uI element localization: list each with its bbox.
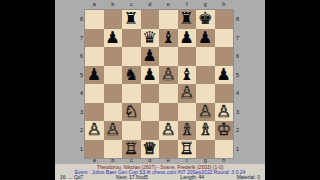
- file-label-bottom-d: d: [141, 157, 160, 164]
- rank-label-left-1: 1: [75, 140, 83, 159]
- square-b3[interactable]: [104, 103, 123, 122]
- square-d7[interactable]: ♛: [141, 29, 160, 48]
- square-d4[interactable]: [141, 84, 160, 103]
- file-label-top-c: c: [122, 1, 141, 8]
- file-label-top-g: g: [196, 1, 215, 8]
- square-c2[interactable]: [122, 121, 141, 140]
- rank-label-left-6: 6: [75, 47, 83, 66]
- square-g7[interactable]: ♟: [196, 29, 215, 48]
- piece-white-bishop[interactable]: ♗: [198, 121, 213, 140]
- status-bar: Theodorou, Nikolas (2607) - Svane, Frede…: [55, 164, 265, 180]
- square-g8[interactable]: ♚: [196, 10, 215, 29]
- square-b7[interactable]: ♟: [104, 29, 123, 48]
- file-label-top-a: a: [85, 1, 104, 8]
- square-b6[interactable]: [104, 47, 123, 66]
- piece-black-knight[interactable]: ♞: [124, 66, 139, 85]
- rank-label-right-4: 4: [236, 84, 244, 103]
- square-d6[interactable]: ♟: [141, 47, 160, 66]
- square-b8[interactable]: [104, 10, 123, 29]
- next-move-text: Next: 17.Nxd5: [116, 175, 148, 180]
- square-a4[interactable]: [85, 84, 104, 103]
- file-label-top-f: f: [178, 1, 197, 8]
- file-label-bottom-h: h: [215, 157, 234, 164]
- piece-black-pawn[interactable]: ♟: [105, 29, 120, 48]
- square-h3[interactable]: ♙: [215, 103, 234, 122]
- square-g3[interactable]: ♙: [196, 103, 215, 122]
- square-f2[interactable]: ♗: [178, 121, 197, 140]
- rank-label-right-3: 3: [236, 103, 244, 122]
- square-h2[interactable]: ♔: [215, 121, 234, 140]
- square-f7[interactable]: ♟: [178, 29, 197, 48]
- piece-white-pawn[interactable]: ♙: [87, 121, 102, 140]
- piece-black-pawn[interactable]: ♟: [198, 29, 213, 48]
- square-e6[interactable]: [159, 47, 178, 66]
- square-f6[interactable]: [178, 47, 197, 66]
- square-h8[interactable]: [215, 10, 234, 29]
- piece-black-pawn[interactable]: ♟: [142, 66, 157, 85]
- rank-label-right-8: 8: [236, 10, 244, 29]
- piece-white-pawn[interactable]: ♙: [179, 84, 194, 103]
- square-a1[interactable]: [85, 140, 104, 159]
- rank-label-right-7: 7: [236, 29, 244, 48]
- square-g2[interactable]: ♗: [196, 121, 215, 140]
- square-e3[interactable]: [159, 103, 178, 122]
- square-c7[interactable]: [122, 29, 141, 48]
- rank-label-left-7: 7: [75, 29, 83, 48]
- chess-gui-panel: abcdefgh abcdefgh 87654321 87654321 ♜♜♚♟…: [55, 0, 265, 180]
- rank-label-left-5: 5: [75, 66, 83, 85]
- piece-black-pawn[interactable]: ♟: [142, 47, 157, 66]
- file-label-top-h: h: [215, 1, 234, 8]
- rank-label-left-2: 2: [75, 121, 83, 140]
- square-a5[interactable]: ♟: [85, 66, 104, 85]
- square-d2[interactable]: [141, 121, 160, 140]
- piece-white-pawn[interactable]: ♙: [105, 121, 120, 140]
- square-g6[interactable]: [196, 47, 215, 66]
- piece-white-rook[interactable]: ♖: [179, 140, 194, 159]
- file-label-bottom-a: a: [85, 157, 104, 164]
- square-f3[interactable]: [178, 103, 197, 122]
- piece-white-rook[interactable]: ♖: [124, 140, 139, 159]
- square-b4[interactable]: [104, 84, 123, 103]
- event-line: Event : Julius Baer Gen Cup S3 th chess.…: [55, 170, 265, 175]
- square-b5[interactable]: [104, 66, 123, 85]
- rank-label-right-6: 6: [236, 47, 244, 66]
- file-labels-bottom: abcdefgh: [85, 157, 233, 164]
- square-c4[interactable]: [122, 84, 141, 103]
- file-label-top-d: d: [141, 1, 160, 8]
- square-a6[interactable]: [85, 47, 104, 66]
- square-f1[interactable]: ♖: [178, 140, 197, 159]
- rank-labels-right: 87654321: [236, 10, 244, 158]
- square-g4[interactable]: [196, 84, 215, 103]
- piece-black-bishop[interactable]: ♝: [161, 29, 176, 48]
- square-h6[interactable]: [215, 47, 234, 66]
- file-label-bottom-g: g: [196, 157, 215, 164]
- file-label-top-e: e: [159, 1, 178, 8]
- rank-label-left-8: 8: [75, 10, 83, 29]
- square-e4[interactable]: [159, 84, 178, 103]
- square-h5[interactable]: ♟: [215, 66, 234, 85]
- square-c5[interactable]: ♞: [122, 66, 141, 85]
- move-info-line: 16. ... Qd7 Next: 17.Nxd5 Length: 44 Mat…: [55, 175, 265, 180]
- square-e8[interactable]: [159, 10, 178, 29]
- square-a7[interactable]: [85, 29, 104, 48]
- piece-black-rook[interactable]: ♜: [124, 10, 139, 29]
- square-h7[interactable]: [215, 29, 234, 48]
- square-c8[interactable]: ♜: [122, 10, 141, 29]
- square-g1[interactable]: [196, 140, 215, 159]
- file-label-bottom-c: c: [122, 157, 141, 164]
- square-b1[interactable]: [104, 140, 123, 159]
- piece-white-bishop[interactable]: ♗: [179, 121, 194, 140]
- piece-black-bishop[interactable]: ♝: [179, 66, 194, 85]
- piece-black-pawn[interactable]: ♟: [216, 66, 231, 85]
- rank-label-left-4: 4: [75, 84, 83, 103]
- file-label-bottom-b: b: [104, 157, 123, 164]
- file-label-bottom-f: f: [178, 157, 197, 164]
- piece-black-queen[interactable]: ♛: [142, 29, 157, 48]
- rank-label-right-5: 5: [236, 66, 244, 85]
- piece-white-pawn[interactable]: ♙: [198, 103, 213, 122]
- piece-white-knight[interactable]: ♘: [124, 103, 139, 122]
- square-d1[interactable]: ♕: [141, 140, 160, 159]
- square-f4[interactable]: ♙: [178, 84, 197, 103]
- square-b2[interactable]: ♙: [104, 121, 123, 140]
- piece-white-pawn[interactable]: ♙: [216, 103, 231, 122]
- rank-labels-left: 87654321: [75, 10, 83, 158]
- rank-label-right-1: 1: [236, 140, 244, 159]
- square-c6[interactable]: [122, 47, 141, 66]
- square-g5[interactable]: [196, 66, 215, 85]
- square-h4[interactable]: [215, 84, 234, 103]
- piece-white-king[interactable]: ♔: [216, 121, 231, 140]
- square-d3[interactable]: [141, 103, 160, 122]
- piece-white-pawn[interactable]: ♙: [161, 121, 176, 140]
- piece-black-pawn[interactable]: ♟: [87, 66, 102, 85]
- piece-black-king[interactable]: ♚: [198, 10, 213, 29]
- file-labels-top: abcdefgh: [85, 1, 233, 8]
- square-a8[interactable]: [85, 10, 104, 29]
- last-move-text: 16. ... Qd7: [60, 175, 83, 180]
- square-e1[interactable]: [159, 140, 178, 159]
- square-e2[interactable]: ♙: [159, 121, 178, 140]
- piece-white-pawn[interactable]: ♙: [161, 66, 176, 85]
- square-a3[interactable]: [85, 103, 104, 122]
- square-e5[interactable]: ♙: [159, 66, 178, 85]
- square-d8[interactable]: [141, 10, 160, 29]
- file-label-top-b: b: [104, 1, 123, 8]
- square-h1[interactable]: [215, 140, 234, 159]
- square-c3[interactable]: ♘: [122, 103, 141, 122]
- square-f8[interactable]: ♜: [178, 10, 197, 29]
- right-letterbox-bar: [265, 0, 320, 180]
- game-length-text: Length: 44: [180, 175, 204, 180]
- square-e7[interactable]: ♝: [159, 29, 178, 48]
- piece-black-rook[interactable]: ♜: [179, 10, 194, 29]
- square-c1[interactable]: ♖: [122, 140, 141, 159]
- square-f5[interactable]: ♝: [178, 66, 197, 85]
- square-d5[interactable]: ♟: [141, 66, 160, 85]
- video-frame: abcdefgh abcdefgh 87654321 87654321 ♜♜♚♟…: [0, 0, 320, 180]
- rank-label-left-3: 3: [75, 103, 83, 122]
- material-balance-text: Material: 0: [237, 175, 260, 180]
- piece-white-queen[interactable]: ♕: [142, 140, 157, 159]
- square-a2[interactable]: ♙: [85, 121, 104, 140]
- left-letterbox-bar: [0, 0, 55, 180]
- piece-black-pawn[interactable]: ♟: [179, 29, 194, 48]
- rank-label-right-2: 2: [236, 121, 244, 140]
- chess-board: ♜♜♚♟♛♝♟♟♟♟♞♟♙♝♟♙♘♙♙♙♙♙♗♗♔♖♕♖: [85, 10, 233, 158]
- file-label-bottom-e: e: [159, 157, 178, 164]
